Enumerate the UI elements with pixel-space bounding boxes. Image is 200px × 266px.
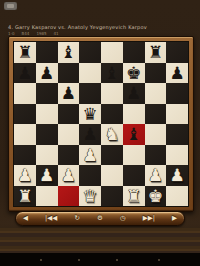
square-h2[interactable]: ♟ <box>166 165 188 186</box>
square-h5[interactable] <box>166 104 188 125</box>
square-b5[interactable] <box>36 104 58 125</box>
game-title[interactable]: 4. Garry Kasparov vs. Anatoly Yevgenyevi… <box>8 24 147 30</box>
skip-to-end-button[interactable]: ▶▶| <box>143 212 155 225</box>
game-moves: 41 <box>54 31 59 36</box>
square-c6[interactable]: ♟ <box>58 83 80 104</box>
square-d2[interactable] <box>79 165 101 186</box>
black-king-f7: ♚ <box>123 63 145 84</box>
playback-controls: ◀|◀◀↻⚙◷▶▶|▶ <box>15 211 185 226</box>
black-bishop-e7: ♝ <box>101 63 123 84</box>
black-pawn-h7: ♟ <box>166 63 188 84</box>
nav-dot <box>158 259 160 261</box>
square-f5[interactable] <box>123 104 145 125</box>
settings-button[interactable]: ⚙ <box>97 212 103 225</box>
square-g2[interactable]: ♟ <box>145 165 167 186</box>
square-h6[interactable] <box>166 83 188 104</box>
square-b6[interactable] <box>36 83 58 104</box>
square-c5[interactable] <box>58 104 80 125</box>
square-a7[interactable]: ♟ <box>14 63 36 84</box>
flip-board-button[interactable]: ↻ <box>74 212 79 225</box>
white-rook-f1: ♜ <box>123 186 145 207</box>
game-eco: B44 <box>22 31 30 36</box>
square-b7[interactable]: ♟ <box>36 63 58 84</box>
black-queen-d5: ♛ <box>79 104 101 125</box>
square-a5[interactable] <box>14 104 36 125</box>
square-a6[interactable] <box>14 83 36 104</box>
square-e5[interactable] <box>101 104 123 125</box>
square-e3[interactable] <box>101 145 123 166</box>
black-pawn-a7: ♟ <box>14 63 36 84</box>
square-f6[interactable]: ♟ <box>123 83 145 104</box>
step-forward-button[interactable]: ▶ <box>172 212 177 225</box>
game-meta: 1-0B44198541 <box>8 31 66 36</box>
square-c3[interactable] <box>58 145 80 166</box>
square-e4[interactable]: ♞ <box>101 124 123 145</box>
black-pawn-c6: ♟ <box>58 83 80 104</box>
square-h8[interactable] <box>166 42 188 63</box>
square-h1[interactable] <box>166 186 188 207</box>
square-f8[interactable] <box>123 42 145 63</box>
square-a2[interactable]: ♟ <box>14 165 36 186</box>
square-d3[interactable]: ♟ <box>79 145 101 166</box>
square-f2[interactable] <box>123 165 145 186</box>
chess-board[interactable]: ♜♝♜♟♟♝♚♟♟♟♛♟♞♝♟♟♟♟♟♟♜♛♜♚ <box>13 41 189 207</box>
square-e1[interactable] <box>101 186 123 207</box>
board-frame: ♜♝♜♟♟♝♚♟♟♟♛♟♞♝♟♟♟♟♟♟♜♛♜♚ <box>8 36 194 212</box>
white-pawn-c2: ♟ <box>58 165 80 186</box>
square-c1[interactable] <box>58 186 80 207</box>
square-a8[interactable]: ♜ <box>14 42 36 63</box>
game-year: 1985 <box>36 31 46 36</box>
nav-dot <box>40 259 42 261</box>
square-h4[interactable] <box>166 124 188 145</box>
square-a4[interactable] <box>14 124 36 145</box>
step-back-button[interactable]: ◀ <box>23 212 28 225</box>
square-h3[interactable] <box>166 145 188 166</box>
square-b8[interactable] <box>36 42 58 63</box>
black-rook-a8: ♜ <box>14 42 36 63</box>
square-c2[interactable]: ♟ <box>58 165 80 186</box>
square-c7[interactable] <box>58 63 80 84</box>
square-d8[interactable] <box>79 42 101 63</box>
white-rook-a1: ♜ <box>14 186 36 207</box>
square-d5[interactable]: ♛ <box>79 104 101 125</box>
square-c4[interactable] <box>58 124 80 145</box>
black-rook-g8: ♜ <box>145 42 167 63</box>
skip-to-start-button[interactable]: |◀◀ <box>45 212 57 225</box>
black-bishop-f4: ♝ <box>123 124 145 145</box>
square-g7[interactable] <box>145 63 167 84</box>
notification-icon-inner <box>7 4 14 8</box>
square-e6[interactable] <box>101 83 123 104</box>
square-e7[interactable]: ♝ <box>101 63 123 84</box>
white-pawn-a2: ♟ <box>14 165 36 186</box>
white-king-g1: ♚ <box>145 186 167 207</box>
white-pawn-b2: ♟ <box>36 165 58 186</box>
square-a1[interactable]: ♜ <box>14 186 36 207</box>
wood-shelf <box>0 228 200 253</box>
app-screen: 4. Garry Kasparov vs. Anatoly Yevgenyevi… <box>0 0 200 266</box>
white-pawn-g2: ♟ <box>145 165 167 186</box>
notification-icon <box>4 2 17 10</box>
square-d7[interactable] <box>79 63 101 84</box>
square-b2[interactable]: ♟ <box>36 165 58 186</box>
square-f3[interactable] <box>123 145 145 166</box>
nav-dot <box>116 259 118 261</box>
square-g4[interactable] <box>145 124 167 145</box>
white-knight-e4: ♞ <box>101 124 123 145</box>
square-g8[interactable]: ♜ <box>145 42 167 63</box>
game-result: 1-0 <box>8 31 15 36</box>
square-e8[interactable] <box>101 42 123 63</box>
square-g6[interactable] <box>145 83 167 104</box>
square-f4[interactable]: ♝ <box>123 124 145 145</box>
square-a3[interactable] <box>14 145 36 166</box>
square-d4[interactable]: ♟ <box>79 124 101 145</box>
square-g5[interactable] <box>145 104 167 125</box>
square-e2[interactable] <box>101 165 123 186</box>
square-b4[interactable] <box>36 124 58 145</box>
clock-button[interactable]: ◷ <box>120 212 126 225</box>
square-d6[interactable] <box>79 83 101 104</box>
square-h7[interactable]: ♟ <box>166 63 188 84</box>
black-bishop-c8: ♝ <box>58 42 80 63</box>
white-pawn-d3: ♟ <box>79 145 101 166</box>
black-pawn-d4: ♟ <box>79 124 101 145</box>
square-c8[interactable]: ♝ <box>58 42 80 63</box>
bottom-bar <box>0 253 200 266</box>
square-d1[interactable]: ♛ <box>79 186 101 207</box>
square-g1[interactable]: ♚ <box>145 186 167 207</box>
square-g3[interactable] <box>145 145 167 166</box>
square-f7[interactable]: ♚ <box>123 63 145 84</box>
square-b3[interactable] <box>36 145 58 166</box>
white-queen-d1: ♛ <box>79 186 101 207</box>
white-pawn-h2: ♟ <box>166 165 188 186</box>
black-pawn-f6: ♟ <box>123 83 145 104</box>
nav-dot <box>78 259 80 261</box>
square-f1[interactable]: ♜ <box>123 186 145 207</box>
black-pawn-b7: ♟ <box>36 63 58 84</box>
square-b1[interactable] <box>36 186 58 207</box>
